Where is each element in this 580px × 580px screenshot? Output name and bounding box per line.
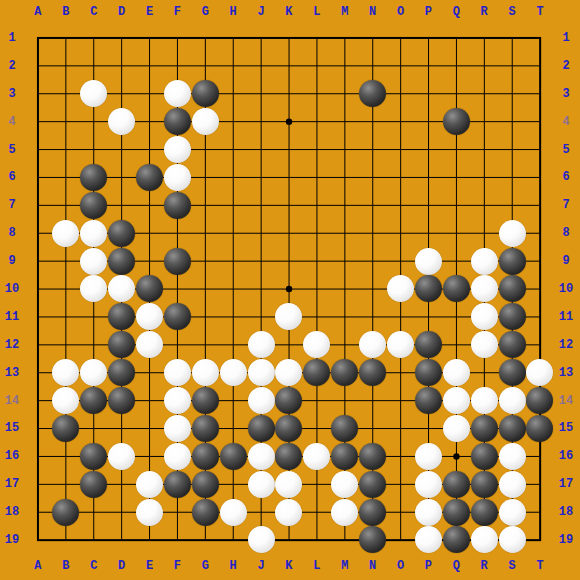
intersection-F18[interactable] [163,498,191,526]
intersection-S7[interactable] [498,191,526,219]
intersection-C16[interactable] [80,442,108,470]
intersection-P19[interactable] [414,526,442,554]
intersection-Q4[interactable] [442,108,470,136]
intersection-T8[interactable] [526,219,554,247]
intersection-D14[interactable] [108,387,136,415]
intersection-F3[interactable] [163,80,191,108]
intersection-S8[interactable] [498,219,526,247]
intersection-O8[interactable] [387,219,415,247]
intersection-R16[interactable] [470,442,498,470]
intersection-P13[interactable] [414,359,442,387]
intersection-L2[interactable] [303,52,331,80]
intersection-S1[interactable] [498,24,526,52]
intersection-N8[interactable] [359,219,387,247]
intersection-K2[interactable] [275,52,303,80]
intersection-G18[interactable] [191,498,219,526]
intersection-S6[interactable] [498,163,526,191]
intersection-B17[interactable] [52,470,80,498]
intersection-T4[interactable] [526,108,554,136]
intersection-D12[interactable] [108,331,136,359]
intersection-S13[interactable] [498,359,526,387]
intersection-N3[interactable] [359,80,387,108]
intersection-T9[interactable] [526,247,554,275]
intersection-Q16[interactable] [442,442,470,470]
intersection-C11[interactable] [80,303,108,331]
intersection-C13[interactable] [80,359,108,387]
intersection-A15[interactable] [24,414,52,442]
intersection-Q14[interactable] [442,387,470,415]
intersection-H1[interactable] [219,24,247,52]
intersection-R12[interactable] [470,331,498,359]
intersection-J18[interactable] [247,498,275,526]
intersection-N1[interactable] [359,24,387,52]
intersection-H17[interactable] [219,470,247,498]
intersection-N7[interactable] [359,191,387,219]
intersection-O10[interactable] [387,275,415,303]
intersection-P8[interactable] [414,219,442,247]
intersection-A19[interactable] [24,526,52,554]
intersection-Q19[interactable] [442,526,470,554]
intersection-G8[interactable] [191,219,219,247]
intersection-P11[interactable] [414,303,442,331]
intersection-L3[interactable] [303,80,331,108]
intersection-E19[interactable] [136,526,164,554]
intersection-C2[interactable] [80,52,108,80]
intersection-F11[interactable] [163,303,191,331]
intersection-D17[interactable] [108,470,136,498]
intersection-N15[interactable] [359,414,387,442]
intersection-Q13[interactable] [442,359,470,387]
intersection-T19[interactable] [526,526,554,554]
intersection-T14[interactable] [526,387,554,415]
intersection-R9[interactable] [470,247,498,275]
intersection-G3[interactable] [191,80,219,108]
intersection-G19[interactable] [191,526,219,554]
intersection-H12[interactable] [219,331,247,359]
intersection-J17[interactable] [247,470,275,498]
intersection-H11[interactable] [219,303,247,331]
intersection-J6[interactable] [247,163,275,191]
intersection-K15[interactable] [275,414,303,442]
intersection-B10[interactable] [52,275,80,303]
intersection-E3[interactable] [136,80,164,108]
intersection-Q1[interactable] [442,24,470,52]
intersection-O12[interactable] [387,331,415,359]
intersection-T1[interactable] [526,24,554,52]
intersection-B15[interactable] [52,414,80,442]
intersection-D3[interactable] [108,80,136,108]
intersection-E5[interactable] [136,136,164,164]
intersection-N14[interactable] [359,387,387,415]
intersection-J8[interactable] [247,219,275,247]
intersection-M19[interactable] [331,526,359,554]
intersection-E15[interactable] [136,414,164,442]
intersection-A4[interactable] [24,108,52,136]
intersection-S14[interactable] [498,387,526,415]
intersection-E2[interactable] [136,52,164,80]
intersection-R11[interactable] [470,303,498,331]
intersection-R7[interactable] [470,191,498,219]
intersection-A9[interactable] [24,247,52,275]
intersection-P17[interactable] [414,470,442,498]
intersection-E11[interactable] [136,303,164,331]
intersection-F10[interactable] [163,275,191,303]
intersection-N5[interactable] [359,136,387,164]
intersection-K3[interactable] [275,80,303,108]
intersection-A2[interactable] [24,52,52,80]
intersection-D8[interactable] [108,219,136,247]
intersection-Q6[interactable] [442,163,470,191]
intersection-P15[interactable] [414,414,442,442]
intersection-G10[interactable] [191,275,219,303]
intersection-D5[interactable] [108,136,136,164]
intersection-R19[interactable] [470,526,498,554]
intersection-A5[interactable] [24,136,52,164]
intersection-O15[interactable] [387,414,415,442]
intersection-R17[interactable] [470,470,498,498]
intersection-A13[interactable] [24,359,52,387]
intersection-C19[interactable] [80,526,108,554]
intersection-S18[interactable] [498,498,526,526]
intersection-C6[interactable] [80,163,108,191]
intersection-O14[interactable] [387,387,415,415]
intersection-B13[interactable] [52,359,80,387]
intersection-B6[interactable] [52,163,80,191]
intersection-D13[interactable] [108,359,136,387]
intersection-R10[interactable] [470,275,498,303]
intersection-F5[interactable] [163,136,191,164]
intersection-O3[interactable] [387,80,415,108]
intersection-R1[interactable] [470,24,498,52]
intersection-T3[interactable] [526,80,554,108]
intersection-Q18[interactable] [442,498,470,526]
intersection-P4[interactable] [414,108,442,136]
intersection-H8[interactable] [219,219,247,247]
intersection-S15[interactable] [498,414,526,442]
intersection-K7[interactable] [275,191,303,219]
intersection-J14[interactable] [247,387,275,415]
intersection-G4[interactable] [191,108,219,136]
intersection-A16[interactable] [24,442,52,470]
intersection-H7[interactable] [219,191,247,219]
intersection-T7[interactable] [526,191,554,219]
intersection-O13[interactable] [387,359,415,387]
intersection-D10[interactable] [108,275,136,303]
intersection-B4[interactable] [52,108,80,136]
intersection-R3[interactable] [470,80,498,108]
intersection-F15[interactable] [163,414,191,442]
intersection-Q9[interactable] [442,247,470,275]
intersection-G14[interactable] [191,387,219,415]
intersection-Q15[interactable] [442,414,470,442]
intersection-T17[interactable] [526,470,554,498]
intersection-T12[interactable] [526,331,554,359]
intersection-N9[interactable] [359,247,387,275]
intersection-K9[interactable] [275,247,303,275]
intersection-E13[interactable] [136,359,164,387]
intersection-F9[interactable] [163,247,191,275]
intersection-E16[interactable] [136,442,164,470]
intersection-Q12[interactable] [442,331,470,359]
intersection-C5[interactable] [80,136,108,164]
intersection-H3[interactable] [219,80,247,108]
intersection-N19[interactable] [359,526,387,554]
intersection-Q17[interactable] [442,470,470,498]
intersection-H4[interactable] [219,108,247,136]
intersection-K18[interactable] [275,498,303,526]
intersection-O9[interactable] [387,247,415,275]
intersection-C15[interactable] [80,414,108,442]
intersection-S19[interactable] [498,526,526,554]
intersection-D1[interactable] [108,24,136,52]
intersection-N18[interactable] [359,498,387,526]
intersection-K13[interactable] [275,359,303,387]
intersection-N2[interactable] [359,52,387,80]
intersection-N6[interactable] [359,163,387,191]
intersection-L13[interactable] [303,359,331,387]
intersection-J9[interactable] [247,247,275,275]
intersection-B19[interactable] [52,526,80,554]
intersection-G11[interactable] [191,303,219,331]
intersection-D19[interactable] [108,526,136,554]
intersection-H18[interactable] [219,498,247,526]
intersection-B2[interactable] [52,52,80,80]
intersection-E14[interactable] [136,387,164,415]
intersection-L14[interactable] [303,387,331,415]
intersection-P3[interactable] [414,80,442,108]
intersection-D15[interactable] [108,414,136,442]
intersection-S9[interactable] [498,247,526,275]
intersection-J4[interactable] [247,108,275,136]
intersection-D6[interactable] [108,163,136,191]
intersection-K16[interactable] [275,442,303,470]
intersection-A7[interactable] [24,191,52,219]
intersection-O5[interactable] [387,136,415,164]
intersection-N16[interactable] [359,442,387,470]
intersection-T11[interactable] [526,303,554,331]
intersection-O11[interactable] [387,303,415,331]
intersection-H19[interactable] [219,526,247,554]
intersection-S5[interactable] [498,136,526,164]
intersection-C3[interactable] [80,80,108,108]
intersection-F7[interactable] [163,191,191,219]
intersection-M6[interactable] [331,163,359,191]
intersection-E8[interactable] [136,219,164,247]
intersection-O17[interactable] [387,470,415,498]
intersection-Q3[interactable] [442,80,470,108]
intersection-D11[interactable] [108,303,136,331]
intersection-J5[interactable] [247,136,275,164]
intersection-F8[interactable] [163,219,191,247]
intersection-D9[interactable] [108,247,136,275]
intersection-J13[interactable] [247,359,275,387]
intersection-S17[interactable] [498,470,526,498]
intersection-M9[interactable] [331,247,359,275]
intersection-K10[interactable] [275,275,303,303]
intersection-G13[interactable] [191,359,219,387]
intersection-C18[interactable] [80,498,108,526]
intersection-F2[interactable] [163,52,191,80]
intersection-F12[interactable] [163,331,191,359]
intersection-L10[interactable] [303,275,331,303]
intersection-S3[interactable] [498,80,526,108]
intersection-Q10[interactable] [442,275,470,303]
intersection-T15[interactable] [526,414,554,442]
intersection-L8[interactable] [303,219,331,247]
intersection-G5[interactable] [191,136,219,164]
intersection-C4[interactable] [80,108,108,136]
intersection-D16[interactable] [108,442,136,470]
intersection-Q11[interactable] [442,303,470,331]
intersection-J12[interactable] [247,331,275,359]
intersection-E1[interactable] [136,24,164,52]
intersection-T6[interactable] [526,163,554,191]
intersection-B18[interactable] [52,498,80,526]
intersection-E17[interactable] [136,470,164,498]
intersection-C8[interactable] [80,219,108,247]
intersection-O16[interactable] [387,442,415,470]
intersection-L16[interactable] [303,442,331,470]
intersection-O6[interactable] [387,163,415,191]
intersection-P1[interactable] [414,24,442,52]
intersection-H14[interactable] [219,387,247,415]
intersection-G9[interactable] [191,247,219,275]
intersection-F19[interactable] [163,526,191,554]
intersection-S2[interactable] [498,52,526,80]
intersection-S12[interactable] [498,331,526,359]
intersection-O4[interactable] [387,108,415,136]
intersection-C9[interactable] [80,247,108,275]
intersection-B12[interactable] [52,331,80,359]
intersection-P14[interactable] [414,387,442,415]
intersection-O2[interactable] [387,52,415,80]
intersection-A11[interactable] [24,303,52,331]
intersection-M7[interactable] [331,191,359,219]
intersection-B3[interactable] [52,80,80,108]
intersection-C1[interactable] [80,24,108,52]
intersection-R6[interactable] [470,163,498,191]
intersection-G7[interactable] [191,191,219,219]
intersection-L4[interactable] [303,108,331,136]
intersection-M3[interactable] [331,80,359,108]
intersection-S11[interactable] [498,303,526,331]
intersection-J15[interactable] [247,414,275,442]
intersection-M18[interactable] [331,498,359,526]
intersection-Q7[interactable] [442,191,470,219]
intersection-R2[interactable] [470,52,498,80]
intersection-E7[interactable] [136,191,164,219]
intersection-T10[interactable] [526,275,554,303]
intersection-L12[interactable] [303,331,331,359]
intersection-H2[interactable] [219,52,247,80]
intersection-R4[interactable] [470,108,498,136]
intersection-K8[interactable] [275,219,303,247]
intersection-A18[interactable] [24,498,52,526]
intersection-L5[interactable] [303,136,331,164]
intersection-D7[interactable] [108,191,136,219]
intersection-K19[interactable] [275,526,303,554]
intersection-P5[interactable] [414,136,442,164]
intersection-R14[interactable] [470,387,498,415]
intersection-F13[interactable] [163,359,191,387]
intersection-E12[interactable] [136,331,164,359]
intersection-B11[interactable] [52,303,80,331]
intersection-K6[interactable] [275,163,303,191]
intersection-P10[interactable] [414,275,442,303]
intersection-M17[interactable] [331,470,359,498]
intersection-F4[interactable] [163,108,191,136]
intersection-L7[interactable] [303,191,331,219]
intersection-J7[interactable] [247,191,275,219]
intersection-B14[interactable] [52,387,80,415]
intersection-R8[interactable] [470,219,498,247]
intersection-H5[interactable] [219,136,247,164]
intersection-T16[interactable] [526,442,554,470]
intersection-N13[interactable] [359,359,387,387]
intersection-K14[interactable] [275,387,303,415]
intersection-P6[interactable] [414,163,442,191]
intersection-T5[interactable] [526,136,554,164]
intersection-P12[interactable] [414,331,442,359]
intersection-E4[interactable] [136,108,164,136]
intersection-K5[interactable] [275,136,303,164]
intersection-S16[interactable] [498,442,526,470]
intersection-M15[interactable] [331,414,359,442]
intersection-J16[interactable] [247,442,275,470]
intersection-J3[interactable] [247,80,275,108]
intersection-P7[interactable] [414,191,442,219]
intersection-M14[interactable] [331,387,359,415]
intersection-N11[interactable] [359,303,387,331]
intersection-L6[interactable] [303,163,331,191]
intersection-O7[interactable] [387,191,415,219]
intersection-S4[interactable] [498,108,526,136]
intersection-F16[interactable] [163,442,191,470]
intersection-R15[interactable] [470,414,498,442]
intersection-H16[interactable] [219,442,247,470]
intersection-C10[interactable] [80,275,108,303]
intersection-C12[interactable] [80,331,108,359]
intersection-J1[interactable] [247,24,275,52]
intersection-A14[interactable] [24,387,52,415]
intersection-S10[interactable] [498,275,526,303]
intersection-N17[interactable] [359,470,387,498]
intersection-P16[interactable] [414,442,442,470]
intersection-K12[interactable] [275,331,303,359]
intersection-M12[interactable] [331,331,359,359]
intersection-O19[interactable] [387,526,415,554]
intersection-A17[interactable] [24,470,52,498]
intersection-D2[interactable] [108,52,136,80]
intersection-D18[interactable] [108,498,136,526]
intersection-M4[interactable] [331,108,359,136]
intersection-G2[interactable] [191,52,219,80]
intersection-L19[interactable] [303,526,331,554]
intersection-R18[interactable] [470,498,498,526]
intersection-Q2[interactable] [442,52,470,80]
intersection-E10[interactable] [136,275,164,303]
intersection-N12[interactable] [359,331,387,359]
intersection-B5[interactable] [52,136,80,164]
intersection-K17[interactable] [275,470,303,498]
intersection-H9[interactable] [219,247,247,275]
intersection-M5[interactable] [331,136,359,164]
intersection-G1[interactable] [191,24,219,52]
intersection-E18[interactable] [136,498,164,526]
intersection-J10[interactable] [247,275,275,303]
intersection-F1[interactable] [163,24,191,52]
intersection-L15[interactable] [303,414,331,442]
